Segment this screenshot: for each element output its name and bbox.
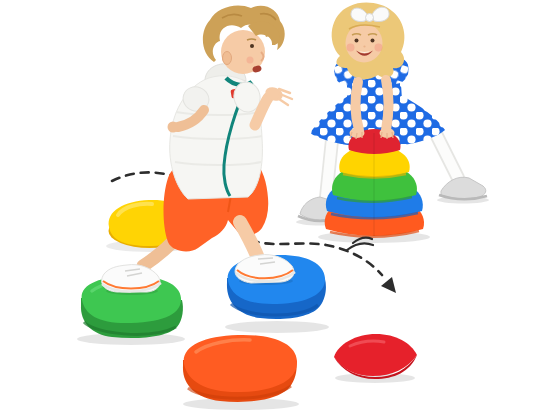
- product-photo-canvas: [0, 0, 550, 413]
- girl-right-eye: [371, 39, 375, 43]
- girl-left-eye: [355, 39, 359, 43]
- boy-ear: [223, 52, 232, 65]
- girl-right-arm: [386, 80, 389, 130]
- orange-stone-top: [184, 335, 297, 392]
- girl-right-cheek: [375, 44, 383, 52]
- stepping-stones-scene: [0, 0, 550, 413]
- blue-stone-shadow: [225, 321, 329, 333]
- girl-nose: [363, 45, 365, 47]
- boy-left-hand: [168, 122, 179, 133]
- girl-left-arm: [355, 82, 359, 130]
- girl-left-sock: [326, 140, 332, 198]
- boy-eye: [250, 44, 254, 48]
- boy-cheek: [247, 57, 254, 64]
- girl-face: [346, 24, 383, 63]
- girl-left-cheek: [347, 44, 355, 52]
- girl-bow-knot: [366, 14, 374, 22]
